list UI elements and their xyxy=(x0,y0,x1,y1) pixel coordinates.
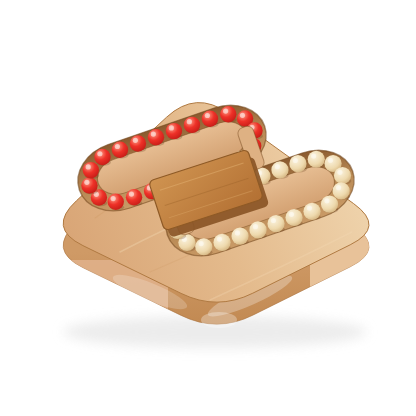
bead-highlight xyxy=(235,230,240,235)
puzzle-product-photo xyxy=(0,0,416,416)
red-bead xyxy=(166,123,182,139)
bead-highlight xyxy=(86,164,91,169)
red-bead xyxy=(126,189,142,205)
red-bead xyxy=(94,149,110,165)
bead-highlight xyxy=(151,131,156,136)
bead-highlight xyxy=(169,125,174,130)
cream-bead xyxy=(321,195,338,212)
puzzle-board-illustration xyxy=(0,0,416,416)
bead-highlight xyxy=(337,170,342,175)
bead-highlight xyxy=(187,119,192,124)
bead-highlight xyxy=(199,241,204,246)
bead-highlight xyxy=(217,236,222,241)
red-bead xyxy=(130,135,146,151)
cream-bead xyxy=(303,203,320,220)
cream-bead xyxy=(333,182,350,199)
bead-highlight xyxy=(129,191,134,196)
bead-highlight xyxy=(271,218,276,223)
red-bead xyxy=(108,194,124,210)
cream-bead xyxy=(195,238,212,255)
bead-highlight xyxy=(307,206,312,211)
red-bead xyxy=(220,106,236,122)
bead-highlight xyxy=(240,113,245,118)
cream-bead xyxy=(231,227,248,244)
cream-bead xyxy=(285,209,302,226)
cream-bead xyxy=(213,234,230,251)
bead-highlight xyxy=(275,164,280,169)
red-bead xyxy=(83,162,99,178)
cream-bead xyxy=(289,155,306,172)
bead-highlight xyxy=(115,144,120,149)
bead-highlight xyxy=(328,158,333,163)
cream-bead xyxy=(308,151,325,168)
red-bead xyxy=(112,141,128,157)
red-bead xyxy=(202,111,218,127)
bead-highlight xyxy=(111,196,116,201)
red-bead xyxy=(81,177,97,193)
cream-bead xyxy=(334,167,351,184)
red-bead xyxy=(148,129,164,145)
cream-bead xyxy=(271,161,288,178)
bead-highlight xyxy=(84,180,89,185)
cream-bead xyxy=(249,221,266,238)
bead-highlight xyxy=(223,108,228,113)
bead-highlight xyxy=(336,185,341,190)
cream-bead xyxy=(267,215,284,232)
bead-highlight xyxy=(293,158,298,163)
bead-highlight xyxy=(289,212,294,217)
bead-highlight xyxy=(253,224,258,229)
bead-highlight xyxy=(97,151,102,156)
bead-highlight xyxy=(205,113,210,118)
bead-highlight xyxy=(324,198,329,203)
bead-highlight xyxy=(311,153,316,158)
bead-highlight xyxy=(133,138,138,143)
red-bead xyxy=(184,117,200,133)
